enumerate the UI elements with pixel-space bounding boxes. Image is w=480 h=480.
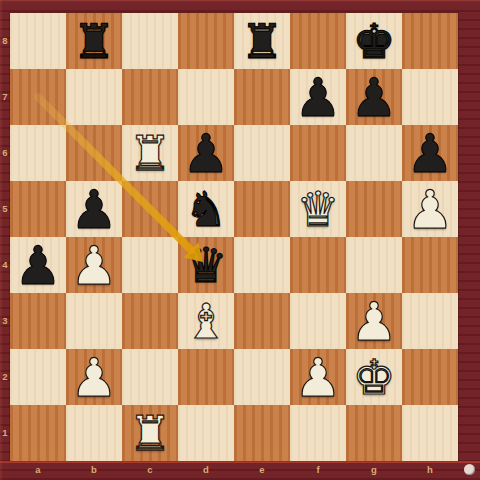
file-label-a: a (10, 461, 66, 479)
square-g3[interactable]: ♟ (346, 293, 402, 349)
square-e1[interactable] (234, 405, 290, 461)
piece-black-pawn-b5[interactable]: ♟ (66, 181, 122, 237)
square-b2[interactable]: ♟ (66, 349, 122, 405)
square-g4[interactable] (346, 237, 402, 293)
square-a2[interactable] (10, 349, 66, 405)
rank-label-8: 8 (0, 13, 10, 69)
piece-black-rook-e8[interactable]: ♜ (234, 13, 290, 69)
square-d8[interactable] (178, 13, 234, 69)
square-h6[interactable]: ♟ (402, 125, 458, 181)
square-f7[interactable]: ♟ (290, 69, 346, 125)
piece-black-pawn-f7[interactable]: ♟ (290, 69, 346, 125)
piece-white-queen-f5[interactable]: ♛ (290, 181, 346, 237)
piece-white-rook-c6[interactable]: ♜ (122, 125, 178, 181)
square-f6[interactable] (290, 125, 346, 181)
piece-white-pawn-f2[interactable]: ♟ (290, 349, 346, 405)
file-label-b: b (66, 461, 122, 479)
square-d1[interactable] (178, 405, 234, 461)
square-d7[interactable] (178, 69, 234, 125)
square-c4[interactable] (122, 237, 178, 293)
square-a6[interactable] (10, 125, 66, 181)
piece-black-knight-d5[interactable]: ♞ (178, 181, 234, 237)
square-c6[interactable]: ♜ (122, 125, 178, 181)
square-a7[interactable] (10, 69, 66, 125)
square-g8[interactable]: ♚ (346, 13, 402, 69)
rank-label-1: 1 (0, 405, 10, 461)
square-a8[interactable] (10, 13, 66, 69)
square-b3[interactable] (66, 293, 122, 349)
rank-label-7: 7 (0, 69, 10, 125)
square-d4[interactable]: ♛ (178, 237, 234, 293)
piece-white-bishop-d3[interactable]: ♝ (178, 293, 234, 349)
rank-label-5: 5 (0, 181, 10, 237)
rank-label-4: 4 (0, 237, 10, 293)
piece-black-queen-d4[interactable]: ♛ (178, 237, 234, 293)
square-e8[interactable]: ♜ (234, 13, 290, 69)
file-label-h: h (402, 461, 458, 479)
square-b7[interactable] (66, 69, 122, 125)
square-e6[interactable] (234, 125, 290, 181)
square-b1[interactable] (66, 405, 122, 461)
square-f4[interactable] (290, 237, 346, 293)
piece-white-pawn-b4[interactable]: ♟ (66, 237, 122, 293)
square-h5[interactable]: ♟ (402, 181, 458, 237)
chess-board: ♜♜♚♟♟♜♟♟♟♞♛♟♟♟♛♝♟♟♟♚♜ (10, 13, 458, 461)
piece-black-rook-b8[interactable]: ♜ (66, 13, 122, 69)
file-label-e: e (234, 461, 290, 479)
square-g1[interactable] (346, 405, 402, 461)
rank-label-2: 2 (0, 349, 10, 405)
square-d6[interactable]: ♟ (178, 125, 234, 181)
square-b4[interactable]: ♟ (66, 237, 122, 293)
square-a5[interactable] (10, 181, 66, 237)
square-e4[interactable] (234, 237, 290, 293)
piece-black-pawn-h6[interactable]: ♟ (402, 125, 458, 181)
rank-label-6: 6 (0, 125, 10, 181)
file-label-g: g (346, 461, 402, 479)
square-e3[interactable] (234, 293, 290, 349)
square-c3[interactable] (122, 293, 178, 349)
board-resize-handle[interactable] (464, 464, 475, 475)
square-h7[interactable] (402, 69, 458, 125)
piece-black-king-g8[interactable]: ♚ (346, 13, 402, 69)
square-f2[interactable]: ♟ (290, 349, 346, 405)
square-e5[interactable] (234, 181, 290, 237)
square-h2[interactable] (402, 349, 458, 405)
square-c7[interactable] (122, 69, 178, 125)
square-h1[interactable] (402, 405, 458, 461)
square-a1[interactable] (10, 405, 66, 461)
square-c8[interactable] (122, 13, 178, 69)
file-label-f: f (290, 461, 346, 479)
piece-white-pawn-g3[interactable]: ♟ (346, 293, 402, 349)
square-g6[interactable] (346, 125, 402, 181)
file-label-c: c (122, 461, 178, 479)
piece-black-pawn-d6[interactable]: ♟ (178, 125, 234, 181)
square-h3[interactable] (402, 293, 458, 349)
piece-white-rook-c1[interactable]: ♜ (122, 405, 178, 461)
piece-white-pawn-b2[interactable]: ♟ (66, 349, 122, 405)
square-b6[interactable] (66, 125, 122, 181)
square-g5[interactable] (346, 181, 402, 237)
square-e7[interactable] (234, 69, 290, 125)
square-c1[interactable]: ♜ (122, 405, 178, 461)
chess-board-frame: ♜♜♚♟♟♜♟♟♟♞♛♟♟♟♛♝♟♟♟♚♜ 87654321abcdefgh (0, 0, 480, 480)
piece-black-pawn-a4[interactable]: ♟ (10, 237, 66, 293)
square-g2[interactable]: ♚ (346, 349, 402, 405)
square-f5[interactable]: ♛ (290, 181, 346, 237)
square-d2[interactable] (178, 349, 234, 405)
square-a3[interactable] (10, 293, 66, 349)
square-d3[interactable]: ♝ (178, 293, 234, 349)
square-e2[interactable] (234, 349, 290, 405)
square-f3[interactable] (290, 293, 346, 349)
square-a4[interactable]: ♟ (10, 237, 66, 293)
rank-label-3: 3 (0, 293, 10, 349)
piece-white-king-g2[interactable]: ♚ (346, 349, 402, 405)
piece-black-pawn-g7[interactable]: ♟ (346, 69, 402, 125)
piece-white-pawn-h5[interactable]: ♟ (402, 181, 458, 237)
square-h8[interactable] (402, 13, 458, 69)
square-g7[interactable]: ♟ (346, 69, 402, 125)
square-c2[interactable] (122, 349, 178, 405)
square-f8[interactable] (290, 13, 346, 69)
square-c5[interactable] (122, 181, 178, 237)
square-d5[interactable]: ♞ (178, 181, 234, 237)
square-f1[interactable] (290, 405, 346, 461)
square-h4[interactable] (402, 237, 458, 293)
square-b8[interactable]: ♜ (66, 13, 122, 69)
square-b5[interactable]: ♟ (66, 181, 122, 237)
file-label-d: d (178, 461, 234, 479)
